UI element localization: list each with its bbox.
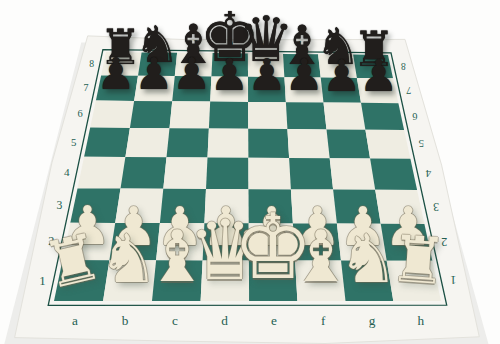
piece-black-pawn-c7[interactable]: ♟	[172, 52, 211, 96]
piece-black-pawn-f7[interactable]: ♟	[285, 53, 324, 97]
piece-black-pawn-e7[interactable]: ♟	[247, 53, 286, 97]
piece-black-pawn-g7[interactable]: ♟	[322, 54, 361, 98]
chess-set-photo: aabbccddeeffgghh8877665544332211 ♜♞♝♚♛♝♞…	[0, 0, 500, 344]
piece-layer: ♜♞♝♚♛♝♞♜♟♟♟♟♟♟♟♟♟♟♟♟♟♟♟♟♜♞♝♛♚♝♞♜	[0, 0, 500, 344]
piece-black-pawn-a7[interactable]: ♟	[96, 52, 135, 96]
piece-black-pawn-d7[interactable]: ♟	[210, 53, 249, 97]
piece-black-pawn-b7[interactable]: ♟	[134, 52, 173, 96]
piece-black-pawn-h7[interactable]: ♟	[359, 54, 398, 98]
piece-white-rook-h1[interactable]: ♜	[387, 227, 449, 295]
